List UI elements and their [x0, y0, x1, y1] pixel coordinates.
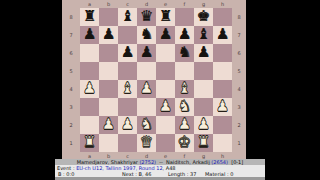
white-pawn: ♟ [80, 80, 99, 98]
square-d2: ♞ [137, 116, 156, 134]
video-frame: abcdefgh 87654321 ♜♝♛♜♚♟♟♞♟♟♝♟♟♟♞♟♟♝♟♝♟♞… [0, 0, 320, 180]
white-king: ♚ [175, 134, 194, 152]
square-c2: ♟ [118, 116, 137, 134]
black-bishop: ♝ [118, 8, 137, 26]
square-a1: ♜ [80, 134, 99, 152]
square-d7: ♞ [137, 26, 156, 44]
square-d5 [137, 62, 156, 80]
square-h2 [213, 116, 232, 134]
square-c8: ♝ [118, 8, 137, 26]
black-queen: ♛ [137, 8, 156, 26]
game-info-panel: Mamedjarov, Shakhriyar (2752) -- Naidits… [55, 159, 265, 180]
rank-label-5: 5 [232, 62, 246, 80]
square-b3 [99, 98, 118, 116]
square-e2 [156, 116, 175, 134]
white-pawn: ♟ [156, 98, 175, 116]
black-pawn: ♟ [194, 44, 213, 62]
square-a8: ♜ [80, 8, 99, 26]
black-king: ♚ [194, 8, 213, 26]
square-h6 [213, 44, 232, 62]
square-d6: ♟ [137, 44, 156, 62]
square-b5 [99, 62, 118, 80]
white-knight: ♞ [175, 98, 194, 116]
square-g4 [194, 80, 213, 98]
file-label-h: h [213, 0, 232, 8]
square-g8: ♚ [194, 8, 213, 26]
board-area: abcdefgh 87654321 ♜♝♛♜♚♟♟♞♟♟♝♟♟♟♞♟♟♝♟♝♟♞… [62, 0, 246, 159]
square-f1: ♚ [175, 134, 194, 152]
white-bishop: ♝ [118, 80, 137, 98]
square-e4 [156, 80, 175, 98]
black-rook: ♜ [80, 8, 99, 26]
rank-label-1: 1 [62, 134, 80, 152]
game-result: [0-1] [231, 159, 243, 165]
square-g2: ♟ [194, 116, 213, 134]
white-queen: ♛ [137, 134, 156, 152]
square-g6: ♟ [194, 44, 213, 62]
square-d8: ♛ [137, 8, 156, 26]
rank-label-2: 2 [62, 116, 80, 134]
rank-label-3: 3 [62, 98, 80, 116]
rank-label-2: 2 [232, 116, 246, 134]
white-rook: ♜ [194, 134, 213, 152]
chess-board: ♜♝♛♜♚♟♟♞♟♟♝♟♟♟♞♟♟♝♟♝♟♞♟♟♟♞♟♟♜♛♚♜ [80, 8, 232, 152]
square-e7: ♟ [156, 26, 175, 44]
square-f8 [175, 8, 194, 26]
rank-label-8: 8 [62, 8, 80, 26]
square-e1 [156, 134, 175, 152]
rank-label-6: 6 [232, 44, 246, 62]
square-g1: ♜ [194, 134, 213, 152]
square-c3 [118, 98, 137, 116]
white-bishop: ♝ [175, 80, 194, 98]
rank-label-5: 5 [62, 62, 80, 80]
black-pawn: ♟ [118, 44, 137, 62]
square-h7: ♟ [213, 26, 232, 44]
file-labels-bottom: abcdefgh [80, 152, 232, 159]
black-pawn: ♟ [137, 44, 156, 62]
white-pawn: ♟ [194, 116, 213, 134]
rank-label-8: 8 [232, 8, 246, 26]
square-f5 [175, 62, 194, 80]
square-d4: ♟ [137, 80, 156, 98]
square-e8: ♜ [156, 8, 175, 26]
rank-label-4: 4 [62, 80, 80, 98]
square-a6 [80, 44, 99, 62]
rank-labels-left: 87654321 [62, 8, 80, 152]
rank-label-7: 7 [62, 26, 80, 44]
white-rook: ♜ [80, 134, 99, 152]
square-e3: ♟ [156, 98, 175, 116]
square-h1 [213, 134, 232, 152]
square-b8 [99, 8, 118, 26]
square-g5 [194, 62, 213, 80]
square-c4: ♝ [118, 80, 137, 98]
square-d1: ♛ [137, 134, 156, 152]
black-pawn: ♟ [156, 26, 175, 44]
square-g7: ♝ [194, 26, 213, 44]
square-b6 [99, 44, 118, 62]
rank-label-7: 7 [232, 26, 246, 44]
square-a3 [80, 98, 99, 116]
square-e6 [156, 44, 175, 62]
black-player-rating[interactable]: (2654) [211, 159, 228, 165]
panel-bottom-strip [55, 177, 265, 180]
square-h4 [213, 80, 232, 98]
square-f6: ♞ [175, 44, 194, 62]
square-f7: ♟ [175, 26, 194, 44]
square-a4: ♟ [80, 80, 99, 98]
square-c1 [118, 134, 137, 152]
square-h3: ♟ [213, 98, 232, 116]
black-pawn: ♟ [99, 26, 118, 44]
square-c6: ♟ [118, 44, 137, 62]
square-h8 [213, 8, 232, 26]
square-a2 [80, 116, 99, 134]
white-knight: ♞ [137, 116, 156, 134]
square-c5 [118, 62, 137, 80]
black-knight: ♞ [175, 44, 194, 62]
file-label-b: b [99, 0, 118, 8]
rank-label-6: 6 [62, 44, 80, 62]
square-e5 [156, 62, 175, 80]
rank-label-4: 4 [232, 80, 246, 98]
black-knight: ♞ [137, 26, 156, 44]
square-h5 [213, 62, 232, 80]
white-pawn: ♟ [99, 116, 118, 134]
black-pawn: ♟ [80, 26, 99, 44]
black-pawn: ♟ [213, 26, 232, 44]
white-pawn: ♟ [118, 116, 137, 134]
black-pawn: ♟ [175, 26, 194, 44]
white-pawn: ♟ [175, 116, 194, 134]
white-pawn: ♟ [213, 98, 232, 116]
square-a7: ♟ [80, 26, 99, 44]
white-pawn: ♟ [137, 80, 156, 98]
rank-label-1: 1 [232, 134, 246, 152]
square-b1 [99, 134, 118, 152]
square-a5 [80, 62, 99, 80]
square-c7 [118, 26, 137, 44]
rank-labels-right: 87654321 [232, 8, 246, 152]
square-b2: ♟ [99, 116, 118, 134]
square-f4: ♝ [175, 80, 194, 98]
black-rook: ♜ [156, 8, 175, 26]
rank-label-3: 3 [232, 98, 246, 116]
file-label-f: f [175, 0, 194, 8]
square-g3 [194, 98, 213, 116]
square-f3: ♞ [175, 98, 194, 116]
square-f2: ♟ [175, 116, 194, 134]
square-d3 [137, 98, 156, 116]
square-b7: ♟ [99, 26, 118, 44]
black-bishop: ♝ [194, 26, 213, 44]
square-b4 [99, 80, 118, 98]
